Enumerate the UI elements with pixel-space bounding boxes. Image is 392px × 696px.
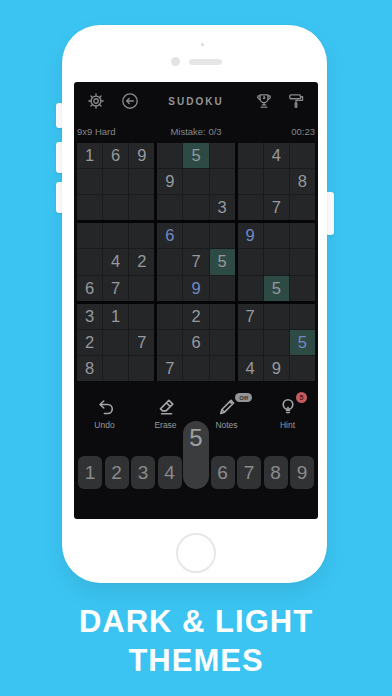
numpad-slot-8: 8 [264,456,288,489]
cell-r3c9[interactable] [290,195,315,220]
cell-r3c6[interactable]: 3 [210,195,235,220]
front-camera [171,57,180,66]
cell-r4c8[interactable] [264,223,289,248]
caption-line-1: DARK & LIGHT [0,602,392,641]
cell-r5c4[interactable] [157,249,182,274]
numpad-slot-1: 1 [78,456,102,489]
board-box: 267 [157,304,234,381]
cell-r3c7[interactable] [238,195,263,220]
cell-r7c6[interactable] [210,304,235,329]
cell-r5c7[interactable] [238,249,263,274]
cell-r9c4[interactable]: 7 [157,356,182,381]
hint-count-badge: 5 [296,392,307,403]
cell-r4c9[interactable] [290,223,315,248]
cell-r8c5[interactable]: 6 [183,330,208,355]
cell-r8c3[interactable]: 7 [129,330,154,355]
numpad-slot-3: 3 [131,456,155,489]
cell-r8c9[interactable]: 5 [290,330,315,355]
numpad-slot-4: 4 [158,456,182,489]
cell-r2c9[interactable]: 8 [290,169,315,194]
board-box: 593 [157,143,234,220]
numpad-slot-9: 9 [290,456,314,489]
cell-r1c2[interactable]: 6 [103,143,128,168]
cell-r9c1[interactable]: 8 [77,356,102,381]
notes-off-badge: Off [235,393,252,402]
settings-gear-icon[interactable] [86,91,106,111]
board-box: 7549 [238,304,315,381]
cell-r6c1[interactable]: 6 [77,276,102,301]
numpad-key-4[interactable]: 4 [158,456,182,489]
back-arrow-icon[interactable] [120,91,140,111]
cell-r8c1[interactable]: 2 [77,330,102,355]
numpad-key-3[interactable]: 3 [131,456,155,489]
cell-r6c6[interactable] [210,276,235,301]
cell-r3c5[interactable] [183,195,208,220]
board-box: 95 [238,223,315,300]
cell-r9c7[interactable]: 4 [238,356,263,381]
cell-r1c3[interactable]: 9 [129,143,154,168]
cell-r5c9[interactable] [290,249,315,274]
board-box: 4267 [77,223,154,300]
mistake-counter: Mistake: 0/3 [77,126,315,137]
numpad-slot-5: 5 [184,456,208,489]
lightbulb-icon [278,397,298,417]
cell-r9c9[interactable] [290,356,315,381]
hint-button[interactable]: 5 Hint [257,394,318,436]
cell-r2c3[interactable] [129,169,154,194]
hint-label: Hint [280,420,295,430]
board-box: 487 [238,143,315,220]
numpad-key-7[interactable]: 7 [237,456,261,489]
cell-r2c7[interactable] [238,169,263,194]
numpad-key-6[interactable]: 6 [211,456,235,489]
cell-r6c4[interactable] [157,276,182,301]
promo-caption: DARK & LIGHT THEMES [0,602,392,680]
sudoku-app-screen: SUDOKU [74,82,318,519]
eraser-icon [156,397,176,417]
status-row: 9x9 Hard Mistake: 0/3 00:23 [77,122,315,140]
cell-r8c8[interactable] [264,330,289,355]
cell-r5c6[interactable]: 5 [210,249,235,274]
cell-r4c7[interactable]: 9 [238,223,263,248]
cell-r7c8[interactable] [264,304,289,329]
cell-r7c1[interactable]: 3 [77,304,102,329]
erase-label: Erase [154,420,176,430]
cell-r9c8[interactable]: 9 [264,356,289,381]
numpad-slot-2: 2 [105,456,129,489]
undo-label: Undo [94,420,114,430]
home-button [176,533,216,573]
notes-label: Notes [215,420,237,430]
selected-number-popup[interactable]: 5 [183,421,209,489]
cell-r5c1[interactable] [77,249,102,274]
cell-r1c5[interactable]: 5 [183,143,208,168]
numpad-key-8[interactable]: 8 [264,456,288,489]
cell-r1c4[interactable] [157,143,182,168]
cell-r8c2[interactable] [103,330,128,355]
undo-icon [95,397,115,417]
pencil-icon [217,397,237,417]
cell-r9c3[interactable] [129,356,154,381]
cell-r9c6[interactable] [210,356,235,381]
cell-r7c3[interactable] [129,304,154,329]
caption-line-2: THEMES [0,641,392,680]
numpad-slot-6: 6 [211,456,235,489]
cell-r2c8[interactable] [264,169,289,194]
cell-r7c2[interactable]: 1 [103,304,128,329]
board-box: 6759 [157,223,234,300]
cell-r5c5[interactable]: 7 [183,249,208,274]
cell-r2c2[interactable] [103,169,128,194]
front-sensor-dot [201,43,204,46]
cell-r3c4[interactable] [157,195,182,220]
cell-r6c7[interactable] [238,276,263,301]
cell-r9c5[interactable] [183,356,208,381]
numpad-key-9[interactable]: 9 [290,456,314,489]
cell-r2c5[interactable] [183,169,208,194]
numpad-key-2[interactable]: 2 [105,456,129,489]
cell-r6c8[interactable]: 5 [264,276,289,301]
earpiece-speaker [189,59,222,65]
selected-number-value: 5 [189,424,202,489]
sudoku-board: 1695934874267675995312782677549 [77,143,315,381]
cell-r2c6[interactable] [210,169,235,194]
cell-r9c2[interactable] [103,356,128,381]
cell-r4c3[interactable] [129,223,154,248]
cell-r1c9[interactable] [290,143,315,168]
cell-r3c8[interactable]: 7 [264,195,289,220]
board-box: 31278 [77,304,154,381]
cell-r1c1[interactable]: 1 [77,143,102,168]
cell-r3c1[interactable] [77,195,102,220]
cell-r7c9[interactable] [290,304,315,329]
cell-r5c3[interactable]: 2 [129,249,154,274]
paint-roller-theme-icon[interactable] [286,91,306,111]
cell-r7c4[interactable] [157,304,182,329]
iphone-mockup: SUDOKU [62,25,327,583]
cell-r8c6[interactable] [210,330,235,355]
cell-r7c7[interactable]: 7 [238,304,263,329]
number-pad: 123456789 [78,456,314,489]
cell-r6c5[interactable]: 9 [183,276,208,301]
board-box: 169 [77,143,154,220]
cell-r2c1[interactable] [77,169,102,194]
undo-button[interactable]: Undo [74,394,135,436]
cell-r4c6[interactable] [210,223,235,248]
numpad-key-1[interactable]: 1 [78,456,102,489]
cell-r1c8[interactable]: 4 [264,143,289,168]
cell-r4c2[interactable] [103,223,128,248]
app-header: SUDOKU [74,82,318,120]
cell-r5c2[interactable]: 4 [103,249,128,274]
cell-r7c5[interactable]: 2 [183,304,208,329]
numpad-slot-7: 7 [237,456,261,489]
cell-r1c6[interactable] [210,143,235,168]
cell-r4c4[interactable]: 6 [157,223,182,248]
cell-r8c7[interactable] [238,330,263,355]
trophy-icon[interactable] [254,91,274,111]
cell-r4c5[interactable] [183,223,208,248]
cell-r3c3[interactable] [129,195,154,220]
cell-r6c3[interactable] [129,276,154,301]
cell-r1c7[interactable] [238,143,263,168]
cell-r5c8[interactable] [264,249,289,274]
cell-r2c4[interactable]: 9 [157,169,182,194]
cell-r6c2[interactable]: 7 [103,276,128,301]
cell-r6c9[interactable] [290,276,315,301]
cell-r4c1[interactable] [77,223,102,248]
cell-r3c2[interactable] [103,195,128,220]
cell-r8c4[interactable] [157,330,182,355]
